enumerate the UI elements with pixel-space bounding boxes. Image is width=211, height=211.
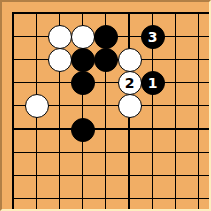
stone-white — [48, 48, 72, 72]
stone-black — [94, 48, 118, 72]
stone-white — [25, 94, 49, 118]
stone-black-move-1: 1 — [141, 71, 165, 95]
stone-white — [118, 94, 142, 118]
stone-black — [71, 48, 95, 72]
stone-white — [48, 25, 72, 49]
go-board-diagram: 321 — [0, 0, 211, 211]
stone-white — [118, 48, 142, 72]
stone-white-move-2: 2 — [118, 71, 142, 95]
stone-black — [94, 25, 118, 49]
stone-white — [71, 25, 95, 49]
stone-black-move-3: 3 — [141, 25, 165, 49]
stone-black — [71, 118, 95, 142]
stones-layer: 321 — [2, 2, 209, 209]
stone-black — [71, 71, 95, 95]
